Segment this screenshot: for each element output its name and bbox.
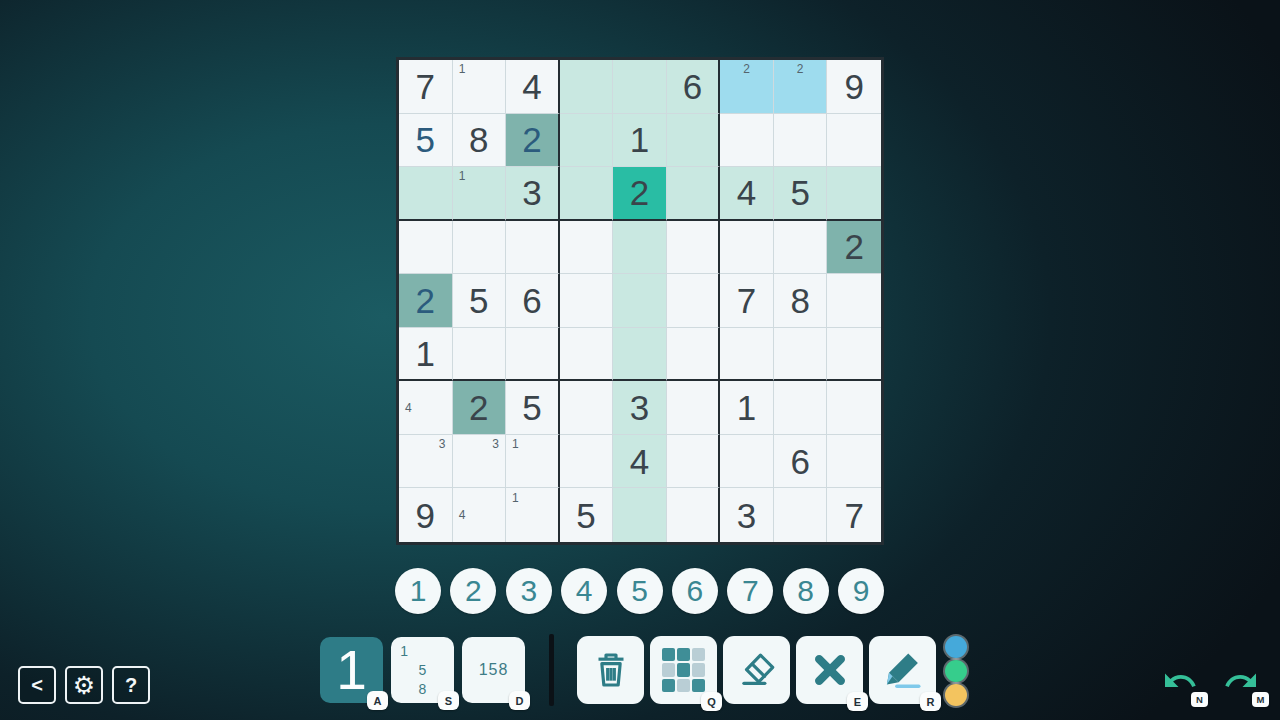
pencil-mark: 4: [454, 507, 471, 524]
nav-left: < ⚙ ?: [18, 666, 150, 704]
cell-r5c5[interactable]: [613, 274, 667, 328]
pencil-grid: 1: [454, 61, 505, 112]
cell-r7c5[interactable]: 3: [613, 381, 667, 435]
cell-r2c1[interactable]: 5: [399, 114, 453, 168]
cell-r2c6[interactable]: [667, 114, 721, 168]
cell-r1c2[interactable]: 1: [453, 60, 507, 114]
cell-r7c2[interactable]: 2: [453, 381, 507, 435]
given-digit: 3: [522, 175, 541, 210]
key-badge-s: S: [438, 691, 459, 710]
pencil-mark: 2: [792, 61, 809, 78]
cell-r1c8[interactable]: 2: [774, 60, 828, 114]
pencil-mark: 1: [454, 168, 471, 185]
cell-r2c2[interactable]: 8: [453, 114, 507, 168]
cell-r8c5[interactable]: 4: [613, 435, 667, 489]
numpad-button-4[interactable]: 4: [561, 568, 607, 614]
cell-r5c8[interactable]: 8: [774, 274, 828, 328]
cell-r2c9[interactable]: [827, 114, 881, 168]
given-digit: 4: [522, 69, 541, 104]
key-badge-q: Q: [701, 692, 722, 711]
cell-r5c7[interactable]: 7: [720, 274, 774, 328]
pencil-mark: 4: [400, 399, 417, 416]
pencil-grid: 4: [400, 382, 451, 433]
marker-pen-icon: [882, 649, 924, 691]
help-icon: ?: [125, 674, 137, 697]
user-digit: 2: [416, 283, 435, 318]
given-digit: 9: [844, 69, 863, 104]
cell-r2c5[interactable]: 1: [613, 114, 667, 168]
given-digit: 7: [844, 498, 863, 533]
number-pad: 123456789: [395, 568, 884, 614]
cross-button[interactable]: E: [796, 636, 863, 704]
cell-r5c9[interactable]: [827, 274, 881, 328]
cell-r6c6[interactable]: [667, 328, 721, 382]
cell-r3c2[interactable]: 1: [453, 167, 507, 221]
cell-r6c7[interactable]: [720, 328, 774, 382]
key-badge-a: A: [367, 691, 388, 710]
cell-r7c1[interactable]: 4: [399, 381, 453, 435]
marker-pen-button[interactable]: R: [869, 636, 936, 704]
pencil-mark: 1: [454, 61, 471, 78]
cell-r3c8[interactable]: 5: [774, 167, 828, 221]
back-icon: <: [31, 674, 43, 697]
center-notes-preview: 158: [479, 661, 509, 679]
given-digit: 2: [844, 229, 863, 264]
cell-r1c3[interactable]: 4: [506, 60, 560, 114]
numpad-button-6[interactable]: 6: [672, 568, 718, 614]
cell-r7c9[interactable]: [827, 381, 881, 435]
cell-r4c9[interactable]: 2: [827, 221, 881, 275]
normal-mode-digit: 1: [336, 643, 367, 698]
numpad-button-3[interactable]: 3: [506, 568, 552, 614]
cell-r4c5[interactable]: [613, 221, 667, 275]
x-icon: [810, 650, 850, 690]
help-button[interactable]: ?: [112, 666, 150, 704]
key-badge-r: R: [920, 692, 941, 711]
cell-r8c7[interactable]: [720, 435, 774, 489]
given-digit: 4: [737, 175, 756, 210]
eraser-button[interactable]: [723, 636, 790, 704]
sudoku-board: 714622958211324522567814253133146941537: [396, 57, 884, 545]
trash-button[interactable]: [577, 636, 644, 704]
key-badge-m: M: [1252, 692, 1269, 707]
pencil-grid: 1: [507, 436, 557, 487]
pencil-grid: 2: [775, 61, 826, 112]
given-digit: 5: [469, 283, 488, 318]
cell-r3c9[interactable]: [827, 167, 881, 221]
given-digit: 6: [522, 283, 541, 318]
numpad-button-5[interactable]: 5: [617, 568, 663, 614]
numpad-button-9[interactable]: 9: [838, 568, 884, 614]
corner-notes-mode-button[interactable]: 1 5 8 S: [391, 637, 454, 703]
cell-r9c9[interactable]: 7: [827, 488, 881, 542]
cell-r4c8[interactable]: [774, 221, 828, 275]
cell-r9c1[interactable]: 9: [399, 488, 453, 542]
given-digit: 6: [683, 69, 702, 104]
settings-button[interactable]: ⚙: [65, 666, 103, 704]
cell-r7c8[interactable]: [774, 381, 828, 435]
trash-icon: [591, 650, 631, 690]
key-badge-d: D: [509, 691, 530, 710]
cell-r1c4[interactable]: [560, 60, 614, 114]
cell-r6c2[interactable]: [453, 328, 507, 382]
cell-r1c5[interactable]: [613, 60, 667, 114]
cell-r9c8[interactable]: [774, 488, 828, 542]
cell-r9c3[interactable]: 1: [506, 488, 560, 542]
cell-r8c1[interactable]: 3: [399, 435, 453, 489]
pencil-grid: 1: [507, 489, 557, 541]
grid-pattern-icon: [662, 648, 706, 692]
redo-button[interactable]: M: [1221, 663, 1267, 703]
given-digit: 5: [790, 175, 809, 210]
back-button[interactable]: <: [18, 666, 56, 704]
cell-r4c6[interactable]: [667, 221, 721, 275]
cell-r9c2[interactable]: 4: [453, 488, 507, 542]
pencil-grid: 3: [400, 436, 451, 487]
given-digit: 5: [522, 390, 541, 425]
pencil-grid: 2: [721, 61, 772, 112]
pencil-mark: 1: [507, 489, 524, 506]
given-digit: 5: [576, 498, 595, 533]
numpad-button-1[interactable]: 1: [395, 568, 441, 614]
cell-r4c2[interactable]: [453, 221, 507, 275]
cell-r5c3[interactable]: 6: [506, 274, 560, 328]
cell-r9c6[interactable]: [667, 488, 721, 542]
cell-r3c7[interactable]: 4: [720, 167, 774, 221]
cell-r4c1[interactable]: [399, 221, 453, 275]
given-digit: 1: [630, 122, 649, 157]
cell-r9c5[interactable]: [613, 488, 667, 542]
given-digit: 8: [790, 283, 809, 318]
given-digit: 1: [416, 336, 435, 371]
cell-r6c9[interactable]: [827, 328, 881, 382]
cell-r7c7[interactable]: 1: [720, 381, 774, 435]
cell-r8c8[interactable]: 6: [774, 435, 828, 489]
given-digit: 6: [790, 444, 809, 479]
given-digit: 2: [630, 175, 649, 210]
given-digit: 1: [737, 390, 756, 425]
cell-r2c7[interactable]: [720, 114, 774, 168]
given-digit: 2: [469, 390, 488, 425]
color-dot-yellow[interactable]: [945, 684, 967, 706]
given-digit: 3: [737, 498, 756, 533]
color-dot-green[interactable]: [945, 660, 967, 682]
cell-r8c9[interactable]: [827, 435, 881, 489]
cell-r1c7[interactable]: 2: [720, 60, 774, 114]
given-digit: 7: [737, 283, 756, 318]
cell-r7c4[interactable]: [560, 381, 614, 435]
numpad-button-2[interactable]: 2: [450, 568, 496, 614]
cell-r2c4[interactable]: [560, 114, 614, 168]
cell-r6c1[interactable]: 1: [399, 328, 453, 382]
given-digit: 3: [630, 390, 649, 425]
pencil-mark: 3: [487, 436, 504, 453]
key-badge-n: N: [1191, 692, 1208, 707]
cell-r8c4[interactable]: [560, 435, 614, 489]
pencil-mark: 3: [434, 436, 451, 453]
pencil-grid: 4: [454, 489, 505, 541]
cell-r8c2[interactable]: 3: [453, 435, 507, 489]
cell-r4c7[interactable]: [720, 221, 774, 275]
pencil-mark: 2: [738, 61, 755, 78]
cell-r6c8[interactable]: [774, 328, 828, 382]
numpad-button-8[interactable]: 8: [783, 568, 829, 614]
undo-button[interactable]: N: [1160, 663, 1206, 703]
cell-r6c3[interactable]: [506, 328, 560, 382]
cell-r3c3[interactable]: 3: [506, 167, 560, 221]
given-digit: 7: [416, 69, 435, 104]
cell-r4c3[interactable]: [506, 221, 560, 275]
cell-r3c5[interactable]: 2: [613, 167, 667, 221]
cell-r3c6[interactable]: [667, 167, 721, 221]
cell-r2c3[interactable]: 2: [506, 114, 560, 168]
cell-r5c6[interactable]: [667, 274, 721, 328]
entry-mode-group: 1 A 1 5 8 S 158 D: [320, 637, 525, 703]
color-dot-blue[interactable]: [945, 636, 967, 658]
cell-r3c1[interactable]: [399, 167, 453, 221]
color-dot-column: [945, 636, 967, 706]
gear-icon: ⚙: [73, 673, 95, 698]
pattern-highlight-button[interactable]: Q: [650, 636, 717, 704]
cell-r8c6[interactable]: [667, 435, 721, 489]
cell-r8c3[interactable]: 1: [506, 435, 560, 489]
pencil-mark: 1: [507, 436, 524, 453]
key-badge-e: E: [847, 692, 868, 711]
center-notes-mode-button[interactable]: 158 D: [462, 637, 525, 703]
user-digit: 5: [416, 122, 435, 157]
cell-r5c1[interactable]: 2: [399, 274, 453, 328]
cell-r4c4[interactable]: [560, 221, 614, 275]
eraser-icon: [736, 649, 778, 691]
cell-r7c6[interactable]: [667, 381, 721, 435]
pencil-grid: 1: [454, 168, 505, 218]
user-digit: 2: [522, 122, 541, 157]
cell-r9c4[interactable]: 5: [560, 488, 614, 542]
cell-r1c9[interactable]: 9: [827, 60, 881, 114]
given-digit: 4: [630, 444, 649, 479]
numpad-button-7[interactable]: 7: [727, 568, 773, 614]
cell-r6c4[interactable]: [560, 328, 614, 382]
given-digit: 9: [416, 498, 435, 533]
toolbar-separator: [549, 634, 554, 706]
action-toolbar: Q E R: [577, 636, 936, 704]
cell-r2c8[interactable]: [774, 114, 828, 168]
cell-r9c7[interactable]: 3: [720, 488, 774, 542]
cell-r1c6[interactable]: 6: [667, 60, 721, 114]
cell-r5c2[interactable]: 5: [453, 274, 507, 328]
given-digit: 8: [469, 122, 488, 157]
cell-r7c3[interactable]: 5: [506, 381, 560, 435]
cell-r5c4[interactable]: [560, 274, 614, 328]
cell-r6c5[interactable]: [613, 328, 667, 382]
normal-mode-button[interactable]: 1 A: [320, 637, 383, 703]
cell-r1c1[interactable]: 7: [399, 60, 453, 114]
cell-r3c4[interactable]: [560, 167, 614, 221]
pencil-grid: 3: [454, 436, 505, 487]
